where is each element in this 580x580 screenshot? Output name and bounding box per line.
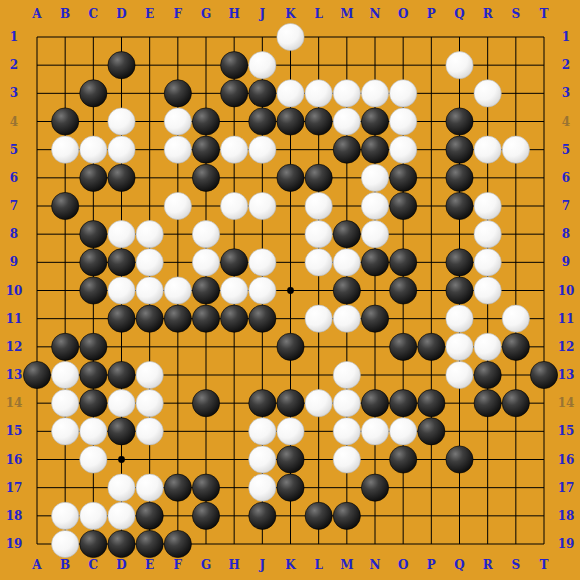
stone-white[interactable] [249, 192, 276, 219]
stone-black[interactable] [249, 390, 276, 417]
stone-black[interactable] [361, 305, 388, 332]
stone-black[interactable] [277, 390, 304, 417]
stone-white[interactable] [446, 361, 473, 388]
stone-white[interactable] [108, 221, 135, 248]
stone-black[interactable] [192, 136, 219, 163]
stone-white[interactable] [164, 108, 191, 135]
stone-black[interactable] [305, 108, 332, 135]
stone-black[interactable] [418, 333, 445, 360]
stone-black[interactable] [52, 108, 79, 135]
stone-white[interactable] [390, 80, 417, 107]
stone-white[interactable] [361, 80, 388, 107]
stone-white[interactable] [361, 164, 388, 191]
stone-white[interactable] [333, 446, 360, 473]
stone-white[interactable] [333, 390, 360, 417]
stone-black[interactable] [249, 502, 276, 529]
stone-white[interactable] [305, 390, 332, 417]
stone-black[interactable] [108, 249, 135, 276]
stone-black[interactable] [446, 164, 473, 191]
stone-black[interactable] [333, 277, 360, 304]
stone-black[interactable] [418, 418, 445, 445]
stone-black[interactable] [80, 390, 107, 417]
stone-white[interactable] [108, 108, 135, 135]
stone-white[interactable] [164, 136, 191, 163]
stone-black[interactable] [108, 361, 135, 388]
stone-black[interactable] [305, 502, 332, 529]
stone-white[interactable] [446, 333, 473, 360]
stone-white[interactable] [249, 249, 276, 276]
stone-black[interactable] [192, 108, 219, 135]
stone-black[interactable] [164, 530, 191, 557]
stone-white[interactable] [446, 305, 473, 332]
stone-white[interactable] [502, 305, 529, 332]
stone-white[interactable] [249, 136, 276, 163]
stone-white[interactable] [249, 474, 276, 501]
stone-black[interactable] [249, 108, 276, 135]
stone-black[interactable] [221, 249, 248, 276]
stone-white[interactable] [305, 221, 332, 248]
stone-white[interactable] [136, 361, 163, 388]
stone-black[interactable] [361, 249, 388, 276]
stone-black[interactable] [108, 530, 135, 557]
stone-black[interactable] [474, 361, 501, 388]
go-board [0, 0, 580, 580]
stone-black[interactable] [446, 136, 473, 163]
stone-black[interactable] [390, 390, 417, 417]
stone-white[interactable] [305, 305, 332, 332]
stone-white[interactable] [249, 418, 276, 445]
stone-black[interactable] [530, 361, 557, 388]
stone-black[interactable] [221, 80, 248, 107]
stone-black[interactable] [136, 502, 163, 529]
stone-black[interactable] [80, 221, 107, 248]
stone-white[interactable] [277, 23, 304, 50]
stone-white[interactable] [80, 418, 107, 445]
stone-black[interactable] [108, 52, 135, 79]
stone-white[interactable] [221, 277, 248, 304]
stone-white[interactable] [136, 277, 163, 304]
stone-black[interactable] [192, 164, 219, 191]
stone-white[interactable] [136, 474, 163, 501]
stone-black[interactable] [80, 361, 107, 388]
stone-black[interactable] [249, 80, 276, 107]
stone-black[interactable] [390, 249, 417, 276]
stone-white[interactable] [305, 249, 332, 276]
stone-white[interactable] [249, 52, 276, 79]
stone-white[interactable] [136, 249, 163, 276]
stone-white[interactable] [474, 221, 501, 248]
stone-black[interactable] [192, 390, 219, 417]
stone-black[interactable] [192, 305, 219, 332]
stone-black[interactable] [52, 192, 79, 219]
stone-black[interactable] [361, 108, 388, 135]
stone-white[interactable] [52, 136, 79, 163]
stone-black[interactable] [192, 277, 219, 304]
stone-black[interactable] [164, 80, 191, 107]
stone-white[interactable] [80, 446, 107, 473]
stone-black[interactable] [80, 530, 107, 557]
stone-black[interactable] [192, 474, 219, 501]
stone-white[interactable] [136, 221, 163, 248]
stone-black[interactable] [192, 502, 219, 529]
stone-black[interactable] [80, 249, 107, 276]
stone-black[interactable] [446, 446, 473, 473]
stone-black[interactable] [390, 333, 417, 360]
stone-white[interactable] [249, 277, 276, 304]
stone-white[interactable] [390, 108, 417, 135]
stone-white[interactable] [52, 530, 79, 557]
stone-black[interactable] [390, 277, 417, 304]
stone-black[interactable] [80, 164, 107, 191]
stone-black[interactable] [136, 305, 163, 332]
stone-black[interactable] [136, 530, 163, 557]
stone-black[interactable] [277, 164, 304, 191]
stone-black[interactable] [474, 390, 501, 417]
stone-white[interactable] [305, 192, 332, 219]
stone-black[interactable] [305, 164, 332, 191]
stone-black[interactable] [52, 333, 79, 360]
stone-black[interactable] [446, 277, 473, 304]
stone-white[interactable] [164, 277, 191, 304]
stone-black[interactable] [277, 474, 304, 501]
stone-white[interactable] [52, 502, 79, 529]
stone-white[interactable] [333, 80, 360, 107]
stone-black[interactable] [108, 418, 135, 445]
stone-white[interactable] [474, 249, 501, 276]
stone-black[interactable] [277, 446, 304, 473]
stone-black[interactable] [418, 390, 445, 417]
stone-black[interactable] [390, 446, 417, 473]
stone-white[interactable] [52, 361, 79, 388]
stone-white[interactable] [277, 80, 304, 107]
stone-white[interactable] [80, 502, 107, 529]
stone-white[interactable] [474, 192, 501, 219]
stone-white[interactable] [108, 136, 135, 163]
stone-black[interactable] [221, 52, 248, 79]
stone-white[interactable] [277, 418, 304, 445]
stone-black[interactable] [277, 108, 304, 135]
stone-white[interactable] [249, 446, 276, 473]
stone-black[interactable] [164, 474, 191, 501]
stone-white[interactable] [333, 249, 360, 276]
stone-black[interactable] [164, 305, 191, 332]
stone-white[interactable] [390, 418, 417, 445]
star-point [287, 287, 294, 294]
stone-black[interactable] [80, 333, 107, 360]
stone-black[interactable] [333, 502, 360, 529]
stone-black[interactable] [277, 333, 304, 360]
stone-white[interactable] [361, 221, 388, 248]
stone-black[interactable] [333, 221, 360, 248]
stone-black[interactable] [390, 192, 417, 219]
go-board-diagram: AABBCCDDEEFFGGHHJJKKLLMMNNOOPPQQRRSSTT11… [0, 0, 580, 580]
stone-white[interactable] [192, 249, 219, 276]
stone-white[interactable] [108, 502, 135, 529]
stone-white[interactable] [136, 390, 163, 417]
stone-white[interactable] [108, 474, 135, 501]
stone-black[interactable] [108, 305, 135, 332]
stone-white[interactable] [136, 418, 163, 445]
stone-white[interactable] [305, 80, 332, 107]
stone-black[interactable] [390, 164, 417, 191]
stone-white[interactable] [390, 136, 417, 163]
stone-white[interactable] [361, 192, 388, 219]
stone-white[interactable] [474, 80, 501, 107]
stone-white[interactable] [474, 136, 501, 163]
stone-white[interactable] [474, 277, 501, 304]
stone-white[interactable] [108, 277, 135, 304]
stone-white[interactable] [333, 361, 360, 388]
stone-black[interactable] [446, 108, 473, 135]
stone-black[interactable] [502, 390, 529, 417]
stone-black[interactable] [361, 474, 388, 501]
stone-black[interactable] [108, 164, 135, 191]
stone-white[interactable] [221, 192, 248, 219]
stone-white[interactable] [361, 418, 388, 445]
stone-black[interactable] [221, 305, 248, 332]
stone-white[interactable] [446, 52, 473, 79]
stone-black[interactable] [80, 277, 107, 304]
stone-black[interactable] [80, 80, 107, 107]
stone-black[interactable] [249, 305, 276, 332]
stone-black[interactable] [23, 361, 50, 388]
stone-white[interactable] [108, 390, 135, 417]
stone-white[interactable] [164, 192, 191, 219]
stone-white[interactable] [221, 136, 248, 163]
stone-white[interactable] [333, 305, 360, 332]
stone-black[interactable] [333, 136, 360, 163]
stone-black[interactable] [502, 333, 529, 360]
star-point [118, 456, 125, 463]
stone-black[interactable] [446, 249, 473, 276]
stone-black[interactable] [361, 390, 388, 417]
stone-white[interactable] [333, 418, 360, 445]
stone-black[interactable] [361, 136, 388, 163]
stone-white[interactable] [52, 390, 79, 417]
stone-white[interactable] [52, 418, 79, 445]
stone-white[interactable] [474, 333, 501, 360]
stone-white[interactable] [333, 108, 360, 135]
stone-white[interactable] [502, 136, 529, 163]
stone-white[interactable] [80, 136, 107, 163]
stone-white[interactable] [192, 221, 219, 248]
stone-black[interactable] [446, 192, 473, 219]
